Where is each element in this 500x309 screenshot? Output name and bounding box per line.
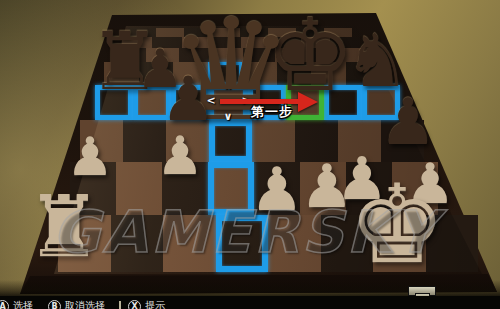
square-b1[interactable] — [111, 215, 164, 272]
button-hint-bar: A选择B取消选择X提示 — [0, 296, 500, 309]
hud-button-x[interactable]: X提示 — [128, 299, 165, 309]
hud-button-label: 选择 — [13, 299, 33, 309]
hud-button-a[interactable]: A选择 — [0, 299, 33, 309]
piece-white-king[interactable]: ♚ — [348, 170, 446, 279]
piece-white-pawn[interactable]: ♟ — [250, 159, 304, 219]
piece-white-pawn[interactable]: ♟ — [156, 129, 204, 182]
hud-separator — [119, 301, 121, 309]
game-screen: <>∨∧ ♜♟♟♛♚♞♟♜♟♟♟♟♟♟♚ 第一步 GAMERSKY A选择B取消… — [0, 0, 500, 309]
tutorial-step-label: 第一步 — [251, 103, 293, 121]
button-a-icon: A — [0, 300, 9, 309]
hud-button-label: 取消选择 — [65, 299, 105, 309]
highlight-move-square-d2[interactable] — [208, 162, 254, 215]
piece-white-rook[interactable]: ♜ — [26, 184, 102, 269]
square-c1[interactable] — [163, 215, 216, 272]
button-b-icon: B — [48, 300, 61, 309]
piece-white-pawn[interactable]: ♟ — [66, 130, 114, 183]
button-x-icon: X — [128, 300, 141, 309]
square-b2[interactable] — [116, 162, 162, 215]
hud-button-b[interactable]: B取消选择 — [48, 299, 105, 309]
hud-button-label: 提示 — [145, 299, 165, 309]
cursor-left-icon: < — [206, 95, 215, 106]
move-arrow-head — [298, 92, 318, 112]
